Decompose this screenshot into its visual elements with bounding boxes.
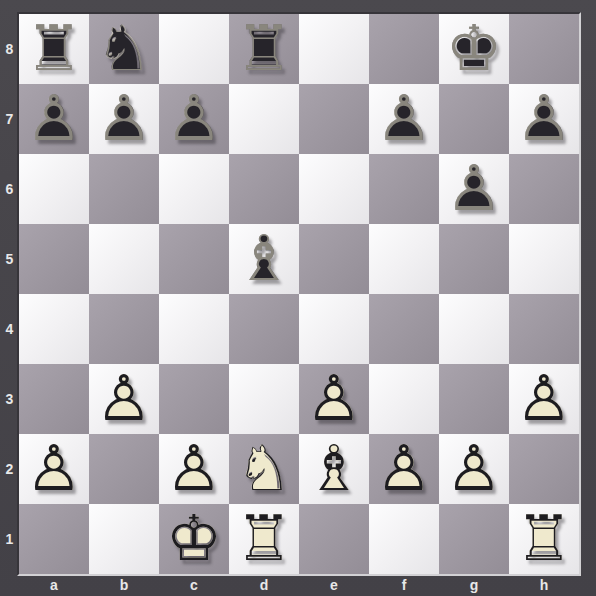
file-label-a: a [19,576,89,596]
square-c4[interactable] [159,294,229,364]
square-a5[interactable] [19,224,89,294]
piece-fill-glyph: ♝ [299,434,369,504]
file-label-f: f [369,576,439,596]
square-h8[interactable] [509,14,579,84]
piece-fill-glyph: ♜ [19,14,89,84]
piece-fill-glyph: ♟ [89,364,159,434]
square-d7[interactable] [229,84,299,154]
white-pawn[interactable]: ♟♙ [19,434,89,504]
black-pawn[interactable]: ♟♙ [19,84,89,154]
square-b2[interactable] [89,434,159,504]
piece-line-glyph: ♙ [19,434,89,504]
square-f8[interactable] [369,14,439,84]
square-g3[interactable] [439,364,509,434]
piece-line-glyph: ♙ [369,434,439,504]
piece-line-glyph: ♙ [159,84,229,154]
file-label-c: c [159,576,229,596]
square-h7[interactable]: ♟♙ [509,84,579,154]
piece-fill-glyph: ♟ [159,434,229,504]
piece-line-glyph: ♙ [439,154,509,224]
piece-fill-glyph: ♟ [299,364,369,434]
black-rook[interactable]: ♜♖ [19,14,89,84]
black-bishop[interactable]: ♝♗ [229,224,299,294]
square-b4[interactable] [89,294,159,364]
piece-line-glyph: ♙ [19,84,89,154]
piece-fill-glyph: ♟ [159,84,229,154]
white-pawn[interactable]: ♟♙ [89,364,159,434]
square-f2[interactable]: ♟♙ [369,434,439,504]
square-e2[interactable]: ♝♗ [299,434,369,504]
piece-line-glyph: ♙ [509,84,579,154]
square-g2[interactable]: ♟♙ [439,434,509,504]
piece-fill-glyph: ♜ [229,14,299,84]
piece-line-glyph: ♙ [369,84,439,154]
piece-fill-glyph: ♟ [509,364,579,434]
square-e3[interactable]: ♟♙ [299,364,369,434]
square-h2[interactable] [509,434,579,504]
square-e7[interactable] [299,84,369,154]
square-b8[interactable]: ♞♘ [89,14,159,84]
square-d1[interactable]: ♜♖ [229,504,299,574]
rank-label-6: 6 [0,154,19,224]
square-f5[interactable] [369,224,439,294]
piece-fill-glyph: ♟ [19,434,89,504]
square-d2[interactable]: ♞♘ [229,434,299,504]
black-pawn[interactable]: ♟♙ [369,84,439,154]
square-c8[interactable] [159,14,229,84]
square-b5[interactable] [89,224,159,294]
piece-fill-glyph: ♟ [89,84,159,154]
square-e4[interactable] [299,294,369,364]
piece-fill-glyph: ♟ [509,84,579,154]
square-g6[interactable]: ♟♙ [439,154,509,224]
square-d6[interactable] [229,154,299,224]
square-f3[interactable] [369,364,439,434]
rank-label-1: 1 [0,504,19,574]
piece-line-glyph: ♙ [299,364,369,434]
piece-line-glyph: ♗ [299,434,369,504]
piece-fill-glyph: ♞ [229,434,299,504]
rank-label-5: 5 [0,224,19,294]
black-pawn[interactable]: ♟♙ [439,154,509,224]
square-c6[interactable] [159,154,229,224]
board-frame: ♜♖♞♘♜♖♚♔♟♙♟♙♟♙♟♙♟♙♟♙♝♗♟♙♟♙♟♙♟♙♟♙♞♘♝♗♟♙♟♙… [0,0,596,596]
square-b7[interactable]: ♟♙ [89,84,159,154]
black-knight[interactable]: ♞♘ [89,14,159,84]
square-h6[interactable] [509,154,579,224]
white-pawn[interactable]: ♟♙ [439,434,509,504]
piece-line-glyph: ♘ [229,434,299,504]
square-d4[interactable] [229,294,299,364]
square-e5[interactable] [299,224,369,294]
file-label-e: e [299,576,369,596]
black-pawn[interactable]: ♟♙ [159,84,229,154]
chess-board: ♜♖♞♘♜♖♚♔♟♙♟♙♟♙♟♙♟♙♟♙♝♗♟♙♟♙♟♙♟♙♟♙♞♘♝♗♟♙♟♙… [17,12,581,576]
white-rook[interactable]: ♜♖ [509,504,579,574]
square-c5[interactable] [159,224,229,294]
square-c1[interactable]: ♚♔ [159,504,229,574]
square-g5[interactable] [439,224,509,294]
file-label-h: h [509,576,579,596]
piece-fill-glyph: ♟ [439,154,509,224]
rank-label-8: 8 [0,14,19,84]
piece-fill-glyph: ♟ [439,434,509,504]
piece-line-glyph: ♘ [89,14,159,84]
piece-line-glyph: ♖ [229,504,299,574]
piece-line-glyph: ♙ [89,84,159,154]
square-h3[interactable]: ♟♙ [509,364,579,434]
square-g8[interactable]: ♚♔ [439,14,509,84]
square-c7[interactable]: ♟♙ [159,84,229,154]
piece-line-glyph: ♔ [439,14,509,84]
rank-label-7: 7 [0,84,19,154]
white-pawn[interactable]: ♟♙ [369,434,439,504]
square-b1[interactable] [89,504,159,574]
piece-line-glyph: ♙ [509,364,579,434]
white-rook[interactable]: ♜♖ [229,504,299,574]
piece-line-glyph: ♔ [159,504,229,574]
piece-fill-glyph: ♟ [19,84,89,154]
square-a2[interactable]: ♟♙ [19,434,89,504]
white-bishop[interactable]: ♝♗ [299,434,369,504]
rank-label-2: 2 [0,434,19,504]
white-pawn[interactable]: ♟♙ [299,364,369,434]
piece-line-glyph: ♗ [229,224,299,294]
square-f6[interactable] [369,154,439,224]
piece-fill-glyph: ♞ [89,14,159,84]
piece-line-glyph: ♙ [439,434,509,504]
piece-fill-glyph: ♟ [369,84,439,154]
square-d8[interactable]: ♜♖ [229,14,299,84]
rank-label-3: 3 [0,364,19,434]
square-g7[interactable] [439,84,509,154]
square-g1[interactable] [439,504,509,574]
square-a6[interactable] [19,154,89,224]
square-h1[interactable]: ♜♖ [509,504,579,574]
square-e1[interactable] [299,504,369,574]
square-d3[interactable] [229,364,299,434]
piece-line-glyph: ♙ [159,434,229,504]
square-e6[interactable] [299,154,369,224]
square-f7[interactable]: ♟♙ [369,84,439,154]
square-a4[interactable] [19,294,89,364]
file-label-g: g [439,576,509,596]
white-pawn[interactable]: ♟♙ [509,364,579,434]
square-c3[interactable] [159,364,229,434]
file-label-b: b [89,576,159,596]
black-pawn[interactable]: ♟♙ [89,84,159,154]
white-pawn[interactable]: ♟♙ [159,434,229,504]
square-h5[interactable] [509,224,579,294]
black-rook[interactable]: ♜♖ [229,14,299,84]
square-c2[interactable]: ♟♙ [159,434,229,504]
square-a3[interactable] [19,364,89,434]
square-g4[interactable] [439,294,509,364]
piece-fill-glyph: ♚ [439,14,509,84]
white-king[interactable]: ♚♔ [159,504,229,574]
square-b3[interactable]: ♟♙ [89,364,159,434]
piece-fill-glyph: ♜ [509,504,579,574]
piece-line-glyph: ♖ [19,14,89,84]
piece-line-glyph: ♖ [509,504,579,574]
black-king[interactable]: ♚♔ [439,14,509,84]
square-d5[interactable]: ♝♗ [229,224,299,294]
piece-fill-glyph: ♜ [229,504,299,574]
square-a7[interactable]: ♟♙ [19,84,89,154]
piece-fill-glyph: ♟ [369,434,439,504]
square-f1[interactable] [369,504,439,574]
square-a8[interactable]: ♜♖ [19,14,89,84]
square-e8[interactable] [299,14,369,84]
piece-fill-glyph: ♚ [159,504,229,574]
white-knight[interactable]: ♞♘ [229,434,299,504]
file-label-d: d [229,576,299,596]
rank-label-4: 4 [0,294,19,364]
square-f4[interactable] [369,294,439,364]
black-pawn[interactable]: ♟♙ [509,84,579,154]
piece-line-glyph: ♖ [229,14,299,84]
square-h4[interactable] [509,294,579,364]
square-b6[interactable] [89,154,159,224]
piece-line-glyph: ♙ [89,364,159,434]
piece-fill-glyph: ♝ [229,224,299,294]
square-a1[interactable] [19,504,89,574]
